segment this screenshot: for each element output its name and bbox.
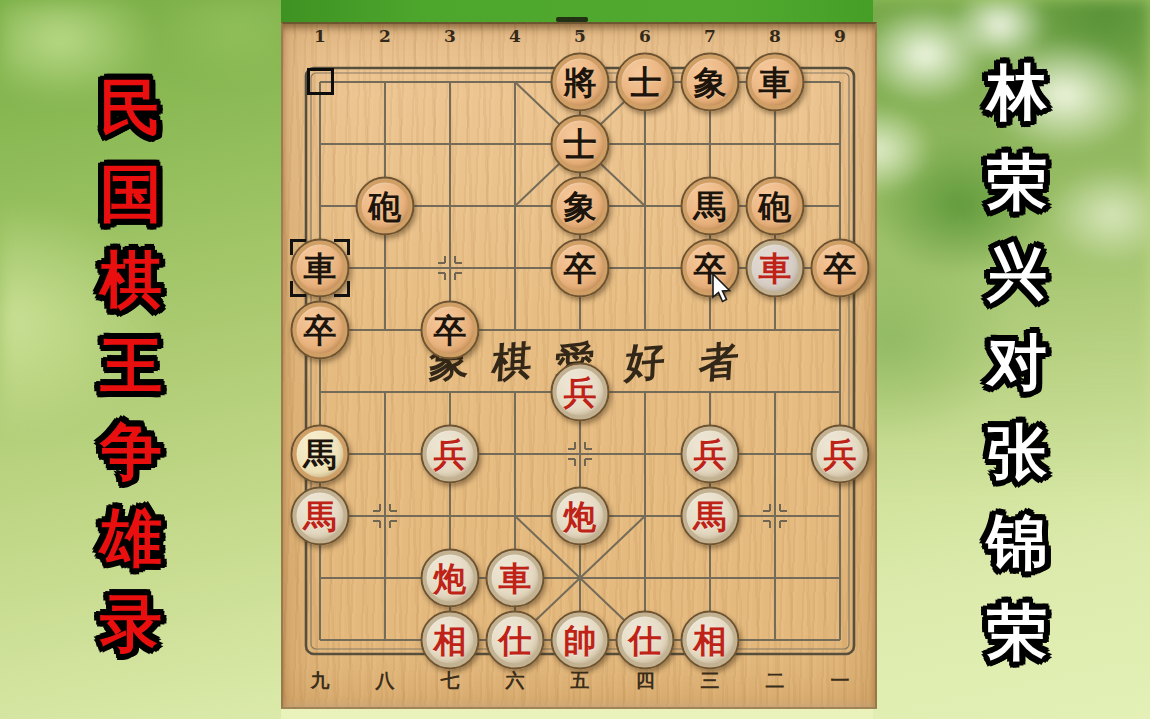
piece-red-cannon[interactable]: 炮: [421, 549, 480, 608]
piece-black-soldier[interactable]: 卒: [551, 239, 610, 298]
piece-black-soldier[interactable]: 卒: [421, 301, 480, 360]
right-players-banner: 林荣兴对张锦荣: [984, 60, 1050, 666]
piece-red-elephant[interactable]: 相: [681, 611, 740, 670]
piece-red-chariot[interactable]: 車: [486, 549, 545, 608]
piece-glyph: 兵: [564, 375, 597, 409]
file-label-top: 6: [639, 26, 651, 46]
file-label-top: 4: [509, 26, 521, 46]
banner-char: 荣: [984, 600, 1050, 666]
piece-glyph: 相: [434, 623, 467, 657]
banner-char: 民: [97, 74, 165, 142]
file-label-bottom: 九: [311, 668, 330, 694]
piece-glyph: 將: [564, 65, 597, 99]
piece-red-general[interactable]: 帥: [551, 611, 610, 670]
banner-char: 张: [984, 420, 1050, 486]
last-move-square-marker: [307, 68, 334, 95]
banner-char: 荣: [984, 150, 1050, 216]
banner-char: 兴: [984, 240, 1050, 306]
selection-brackets: [290, 239, 350, 297]
banner-char: 争: [97, 418, 165, 486]
left-title-banner: 民国棋王争雄录: [97, 74, 165, 658]
piece-red-cannon[interactable]: 炮: [551, 487, 610, 546]
file-label-bottom: 七: [441, 668, 460, 694]
piece-black-chariot[interactable]: 車: [746, 53, 805, 112]
river-text-char: 棋: [491, 333, 534, 392]
banner-char: 对: [984, 330, 1050, 396]
piece-glyph: 車: [499, 561, 532, 595]
file-label-top: 9: [834, 26, 846, 46]
file-label-top: 7: [704, 26, 716, 46]
piece-glyph: 馬: [694, 189, 727, 223]
piece-glyph: 仕: [499, 623, 532, 657]
piece-black-elephant[interactable]: 象: [681, 53, 740, 112]
piece-glyph: 砲: [759, 189, 792, 223]
piece-black-general[interactable]: 將: [551, 53, 610, 112]
file-label-bottom: 二: [766, 668, 785, 694]
piece-glyph: 炮: [564, 499, 597, 533]
piece-glyph: 士: [564, 127, 597, 161]
piece-black-soldier[interactable]: 卒: [291, 301, 350, 360]
banner-char: 王: [97, 332, 165, 400]
file-label-bottom: 一: [831, 668, 850, 694]
piece-black-horse[interactable]: 馬: [681, 177, 740, 236]
piece-red-advisor[interactable]: 仕: [486, 611, 545, 670]
piece-red-soldier[interactable]: 兵: [681, 425, 740, 484]
piece-glyph: 象: [564, 189, 597, 223]
piece-red-advisor[interactable]: 仕: [616, 611, 675, 670]
piece-glyph: 仕: [629, 623, 662, 657]
piece-black-advisor[interactable]: 士: [616, 53, 675, 112]
file-label-top: 1: [314, 26, 326, 46]
piece-glyph: 兵: [434, 437, 467, 471]
piece-red-soldier[interactable]: 兵: [421, 425, 480, 484]
piece-glyph: 馬: [694, 499, 727, 533]
piece-black-horse[interactable]: 馬: [291, 425, 350, 484]
file-label-bottom: 八: [376, 668, 395, 694]
piece-glyph: 卒: [824, 251, 857, 285]
xiangqi-app-screen: 民国棋王争雄录 林荣兴对张锦荣 123456789九八七六五四三二一象棋愛好者將…: [0, 0, 1150, 719]
file-label-top: 8: [769, 26, 781, 46]
piece-glyph: 炮: [434, 561, 467, 595]
river-text-char: 好: [624, 333, 667, 392]
river-text-char: 者: [698, 333, 741, 392]
piece-glyph: 象: [694, 65, 727, 99]
piece-black-advisor[interactable]: 士: [551, 115, 610, 174]
piece-glyph: 馬: [304, 499, 337, 533]
piece-glyph: 兵: [824, 437, 857, 471]
piece-black-elephant[interactable]: 象: [551, 177, 610, 236]
piece-red-elephant[interactable]: 相: [421, 611, 480, 670]
piece-red-soldier[interactable]: 兵: [551, 363, 610, 422]
piece-glyph: 帥: [564, 623, 597, 657]
banner-char: 录: [97, 590, 165, 658]
piece-glyph: 砲: [369, 189, 402, 223]
piece-glyph: 卒: [564, 251, 597, 285]
piece-glyph: 馬: [304, 437, 337, 471]
file-label-bottom: 五: [571, 668, 590, 694]
file-label-top: 5: [574, 26, 586, 46]
file-label-top: 2: [379, 26, 391, 46]
piece-black-cannon[interactable]: 砲: [746, 177, 805, 236]
banner-char: 国: [97, 160, 165, 228]
mouse-cursor-icon: [712, 273, 732, 303]
banner-char: 雄: [97, 504, 165, 572]
banner-char: 林: [984, 60, 1050, 126]
piece-glyph: 卒: [434, 313, 467, 347]
piece-glyph: 相: [694, 623, 727, 657]
piece-glyph: 車: [759, 251, 792, 285]
piece-glyph: 車: [759, 65, 792, 99]
piece-red-soldier[interactable]: 兵: [811, 425, 870, 484]
piece-black-cannon[interactable]: 砲: [356, 177, 415, 236]
banner-char: 棋: [97, 246, 165, 314]
piece-black-soldier[interactable]: 卒: [811, 239, 870, 298]
file-label-bottom: 三: [701, 668, 720, 694]
banner-char: 锦: [984, 510, 1050, 576]
piece-glyph: 兵: [694, 437, 727, 471]
xiangqi-board[interactable]: 123456789九八七六五四三二一象棋愛好者將士象車士砲象馬砲車卒卒車卒卒卒兵…: [281, 22, 877, 709]
file-label-top: 3: [444, 26, 456, 46]
piece-red-chariot[interactable]: 車: [746, 239, 805, 298]
piece-glyph: 士: [629, 65, 662, 99]
piece-red-horse[interactable]: 馬: [681, 487, 740, 546]
file-label-bottom: 六: [506, 668, 525, 694]
piece-red-horse[interactable]: 馬: [291, 487, 350, 546]
piece-glyph: 卒: [304, 313, 337, 347]
file-label-bottom: 四: [636, 668, 655, 694]
